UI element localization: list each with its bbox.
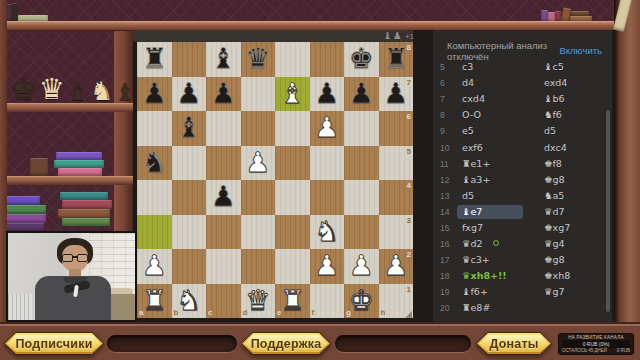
footer-recess-panel (335, 335, 471, 352)
move-12-black: ♚g8 (539, 173, 609, 187)
move-number: 16 (433, 239, 457, 249)
captured-pieces-indicator: ♝♟+1 (374, 30, 414, 42)
rank-label-5: 5 (407, 148, 411, 156)
glasses-lens (62, 254, 73, 262)
book (62, 200, 112, 209)
donations-button[interactable]: Донаты (476, 332, 552, 355)
square-a7[interactable]: ♟ (137, 77, 172, 112)
move-san[interactable]: ♛c3+ (457, 253, 495, 267)
move-san[interactable]: ♝e7 (457, 205, 523, 219)
rank-label-6: 6 (407, 113, 411, 121)
file-label-h: h (381, 309, 386, 317)
square-f5[interactable] (310, 146, 345, 181)
rank-label-2: 2 (407, 251, 411, 259)
rank-label-7: 7 (407, 79, 411, 87)
streamer-glasses (62, 254, 88, 262)
goal-amount: 0 RUB (0%) (562, 340, 630, 348)
move-san[interactable]: ♝a3+ (457, 173, 495, 187)
file-label-a: a (139, 309, 143, 317)
move-number: 12 (433, 175, 457, 185)
square-b8[interactable] (172, 42, 207, 77)
square-g7[interactable]: ♟ (344, 77, 379, 112)
move-san[interactable]: ♚f8 (539, 157, 567, 171)
black-pawn-c4[interactable]: ♟ (206, 180, 241, 215)
move-number: 7 (433, 94, 457, 104)
move-5-white: c3 (457, 60, 539, 74)
move-san[interactable]: ♛d7 (539, 205, 570, 219)
move-18-black: ♚xh8 (539, 269, 609, 283)
black-knight-a5[interactable]: ♞ (137, 146, 172, 181)
square-b3[interactable] (172, 215, 207, 250)
badge-plate: Поддержка (244, 335, 328, 352)
rank-label-4: 4 (407, 182, 411, 190)
support-label: Поддержка (251, 337, 322, 351)
move-13-white: d5 (457, 189, 539, 203)
move-san[interactable]: d4 (457, 76, 479, 90)
move-row-19: 19♝f6+♛g7 (433, 284, 612, 300)
square-h5[interactable]: 5 (379, 146, 414, 181)
rank-label-8: 8 (407, 44, 411, 52)
chess-board[interactable]: ♜♝♛♚♜8♟♟♟♝♟♟♟7♝♟6♞♟5♟4♞3♟♟♟♟2♜a♞bc♛d♜ef♚… (137, 42, 413, 318)
move-number: 9 (433, 126, 457, 136)
stream-screen: ♚♛♝♞♝♟ ♝♟+1 ♜♝♛♚♜8♟♟♟♝♟♟♟7♝♟6♞♟5♟4♞3♟♟♟♟… (0, 0, 640, 360)
footer-recess-panel (107, 335, 237, 352)
square-a8[interactable]: ♜ (137, 42, 172, 77)
move-san[interactable]: cxd4 (457, 92, 490, 106)
radiator (8, 294, 32, 320)
move-16-white: ♛d2 (457, 237, 539, 251)
glasses-bridge (73, 256, 77, 258)
subscribers-label: Подписчики (15, 337, 92, 351)
material-advantage: +1 (403, 32, 414, 41)
captured-piece-icon: ♟ (393, 31, 402, 41)
black-pawn-c7[interactable]: ♟ (206, 77, 241, 112)
square-a2[interactable]: ♟ (137, 249, 172, 284)
move-row-7: 7cxd4♝b6 (433, 91, 612, 107)
move-san[interactable]: ♜e1+ (457, 157, 495, 171)
book (2, 205, 46, 214)
move-6-black: exd4 (539, 76, 609, 90)
move-number: 8 (433, 110, 457, 120)
move-san[interactable]: O-O (457, 108, 486, 122)
move-san[interactable]: ♞a5 (539, 189, 569, 203)
move-8-white: O-O (457, 108, 539, 122)
black-queen-d8[interactable]: ♛ (241, 42, 276, 77)
move-16-black: ♛g4 (539, 237, 609, 251)
analysis-header: Компьютерный анализ отключён Включить (433, 42, 612, 59)
square-f4[interactable] (310, 180, 345, 215)
move-san[interactable]: ♛xh8+!! (457, 269, 512, 283)
move-san[interactable]: ♚g8 (539, 253, 570, 267)
move-san[interactable]: ♛g4 (539, 237, 570, 251)
move-row-18: 18♛xh8+!!♚xh8 (433, 268, 612, 284)
move-row-20: 20♜e8# (433, 300, 612, 316)
move-number: 6 (433, 78, 457, 88)
move-san[interactable]: d5 (539, 124, 561, 138)
move-san[interactable]: d5 (457, 189, 479, 203)
white-pawn-f6[interactable]: ♟ (310, 111, 345, 146)
square-h8[interactable]: ♜8 (379, 42, 414, 77)
file-label-f: f (312, 309, 315, 317)
white-pawn-f2[interactable]: ♟ (310, 249, 345, 284)
move-number: 20 (433, 303, 457, 313)
black-bishop-c8[interactable]: ♝ (206, 42, 241, 77)
glasses-lens (77, 254, 88, 262)
move-7-white: cxd4 (457, 92, 539, 106)
move-8-black: ♞f6 (539, 108, 609, 122)
file-label-d: d (243, 309, 248, 317)
goal-days-left: ОСТАЛОСЬ 45 ДНЕЙ (562, 348, 607, 353)
square-h3[interactable]: 3 (379, 215, 414, 250)
move-san[interactable]: ♝b6 (539, 92, 570, 106)
board-resize-handle[interactable] (405, 311, 412, 318)
black-pawn-b7[interactable]: ♟ (172, 77, 207, 112)
move-number: 14 (433, 207, 457, 217)
book (58, 168, 102, 176)
footer-bar: Подписчики Поддержка Донаты НА РАЗВИТИЕ … (0, 322, 640, 360)
square-g3[interactable] (344, 215, 379, 250)
square-e7[interactable]: ♝ (275, 77, 310, 112)
move-7-black: ♝b6 (539, 92, 609, 106)
square-g6[interactable] (344, 111, 379, 146)
square-h7[interactable]: ♟7 (379, 77, 414, 112)
square-g5[interactable] (344, 146, 379, 181)
badge-plate: Донаты (479, 335, 549, 352)
move-number: 19 (433, 287, 457, 297)
decor-piece-icon: ♚ (10, 73, 38, 104)
square-e5[interactable] (275, 146, 310, 181)
square-e2[interactable] (275, 249, 310, 284)
square-c7[interactable]: ♟ (206, 77, 241, 112)
move-11-white: ♜e1+ (457, 157, 539, 171)
square-c1[interactable]: c (206, 284, 241, 319)
square-f2[interactable]: ♟ (310, 249, 345, 284)
move-san[interactable]: ♞f6 (539, 108, 567, 122)
book (12, 3, 17, 22)
shelf-plank-lower (0, 176, 133, 185)
file-label-b: b (174, 309, 179, 317)
square-g8[interactable]: ♚ (344, 42, 379, 77)
square-c5[interactable] (206, 146, 241, 181)
square-d2[interactable] (241, 249, 276, 284)
subscribers-button[interactable]: Подписчики (4, 332, 104, 355)
square-g2[interactable]: ♟ (344, 249, 379, 284)
move-15-black: ♚xg7 (539, 221, 609, 235)
webcam-video (8, 233, 135, 320)
move-san[interactable]: dxc4 (539, 141, 572, 155)
move-san[interactable]: ♛g7 (539, 285, 570, 299)
square-a3[interactable] (137, 215, 172, 250)
player-bar: ♝♟+1 (133, 30, 413, 42)
move-row-14: 14♝e7♛d7 (433, 204, 612, 220)
move-list-panel: Компьютерный анализ отключён Включить 5c… (433, 30, 612, 322)
black-pawn-f7[interactable]: ♟ (310, 77, 345, 112)
square-c3[interactable] (206, 215, 241, 250)
move-number: 10 (433, 143, 457, 153)
black-pawn-a7[interactable]: ♟ (137, 77, 172, 112)
move-number: 11 (433, 159, 457, 169)
square-b1[interactable]: ♞b (172, 284, 207, 319)
move-row-5: 5c3♝c5 (433, 59, 612, 75)
move-san[interactable]: ♝c5 (539, 60, 569, 74)
square-d4[interactable] (241, 180, 276, 215)
move-row-9: 9e5d5 (433, 123, 612, 139)
move-14-white: ♝e7 (457, 205, 539, 219)
move-row-15: 15fxg7♚xg7 (433, 220, 612, 236)
black-king-g8[interactable]: ♚ (344, 42, 379, 77)
square-d1[interactable]: ♛d (241, 284, 276, 319)
move-list: 5c3♝c56d4exd47cxd4♝b68O-O♞f69e5d510exf6d… (433, 59, 612, 317)
move-17-black: ♚g8 (539, 253, 609, 267)
move-number: 17 (433, 255, 457, 265)
shelf-pillar-right (614, 0, 640, 360)
square-b6[interactable]: ♝ (172, 111, 207, 146)
move-15-white: fxg7 (457, 221, 539, 235)
square-f3[interactable]: ♞ (310, 215, 345, 250)
move-19-black: ♛g7 (539, 285, 609, 299)
square-f8[interactable] (310, 42, 345, 77)
support-button[interactable]: Поддержка (241, 332, 331, 355)
goal-total: 0 RUB (617, 348, 630, 353)
decor-piece-icon: ♛ (39, 75, 65, 104)
move-list-scrollbar[interactable] (606, 110, 610, 312)
move-row-8: 8O-O♞f6 (433, 107, 612, 123)
move-san[interactable]: ♚g8 (539, 173, 570, 187)
shelf-plank-middle (0, 103, 133, 112)
enable-analysis-button[interactable]: Включить (559, 45, 602, 56)
move-number: 13 (433, 191, 457, 201)
book (58, 209, 110, 218)
square-f6[interactable]: ♟ (310, 111, 345, 146)
square-h4[interactable]: 4 (379, 180, 414, 215)
square-h2[interactable]: ♟2 (379, 249, 414, 284)
book (62, 218, 110, 226)
black-rook-a8[interactable]: ♜ (137, 42, 172, 77)
move-20-white: ♜e8# (457, 301, 539, 315)
square-a4[interactable] (137, 180, 172, 215)
file-label-e: e (277, 309, 281, 317)
badge-plate: Подписчики (7, 335, 101, 352)
white-pawn-g2[interactable]: ♟ (344, 249, 379, 284)
move-row-10: 10exf6dxc4 (433, 139, 612, 155)
square-e3[interactable] (275, 215, 310, 250)
decorative-chess-pieces: ♚♛♝♞♝♟ (10, 64, 114, 104)
square-d6[interactable] (241, 111, 276, 146)
white-bishop-e7[interactable]: ♝ (275, 77, 310, 112)
move-13-black: ♞a5 (539, 189, 609, 203)
move-row-11: 11♜e1+♚f8 (433, 156, 612, 172)
square-h6[interactable]: 6 (379, 111, 414, 146)
move-san[interactable]: exd4 (539, 76, 572, 90)
square-b2[interactable] (172, 249, 207, 284)
move-san[interactable]: ♜e8# (457, 301, 495, 315)
square-f7[interactable]: ♟ (310, 77, 345, 112)
move-12-white: ♝a3+ (457, 173, 539, 187)
book (2, 223, 44, 231)
move-10-white: exf6 (457, 141, 539, 155)
black-pawn-g7[interactable]: ♟ (344, 77, 379, 112)
move-10-black: dxc4 (539, 141, 609, 155)
square-e8[interactable] (275, 42, 310, 77)
square-d8[interactable]: ♛ (241, 42, 276, 77)
square-b7[interactable]: ♟ (172, 77, 207, 112)
rank-label-1: 1 (407, 286, 411, 294)
square-c4[interactable]: ♟ (206, 180, 241, 215)
move-number: 5 (433, 62, 457, 72)
square-c8[interactable]: ♝ (206, 42, 241, 77)
square-f1[interactable]: f (310, 284, 345, 319)
move-san[interactable]: ♛d2 (457, 237, 488, 251)
rank-label-3: 3 (407, 217, 411, 225)
move-annotation-circle-icon (493, 240, 499, 246)
decor-piece-icon: ♝ (66, 78, 89, 104)
move-san[interactable]: ♝f6+ (457, 285, 493, 299)
move-9-white: e5 (457, 124, 539, 138)
square-g4[interactable] (344, 180, 379, 215)
webcam-frame (6, 231, 137, 322)
move-row-6: 6d4exd4 (433, 75, 612, 91)
file-label-g: g (346, 309, 351, 317)
move-san[interactable]: ♚xg7 (539, 221, 575, 235)
move-number: 18 (433, 271, 457, 281)
move-number: 15 (433, 223, 457, 233)
square-a1[interactable]: ♜a (137, 284, 172, 319)
move-5-black: ♝c5 (539, 60, 609, 74)
move-11-black: ♚f8 (539, 157, 609, 171)
black-bishop-b6[interactable]: ♝ (172, 111, 207, 146)
move-9-black: d5 (539, 124, 609, 138)
move-san[interactable]: e5 (457, 124, 479, 138)
file-label-c: c (208, 309, 212, 317)
square-a6[interactable] (137, 111, 172, 146)
square-b5[interactable] (172, 146, 207, 181)
square-c6[interactable] (206, 111, 241, 146)
square-e4[interactable] (275, 180, 310, 215)
white-knight-f3[interactable]: ♞ (310, 215, 345, 250)
book (60, 192, 108, 200)
book (54, 160, 104, 168)
chess-app-panel: ♝♟+1 ♜♝♛♚♜8♟♟♟♝♟♟♟7♝♟6♞♟5♟4♞3♟♟♟♟2♜a♞bc♛… (133, 30, 630, 322)
move-row-13: 13d5♞a5 (433, 188, 612, 204)
square-b4[interactable] (172, 180, 207, 215)
move-san[interactable]: fxg7 (457, 221, 488, 235)
captured-piece-icon: ♝ (383, 31, 392, 41)
white-pawn-a2[interactable]: ♟ (137, 249, 172, 284)
donation-goal-widget: НА РАЗВИТИЕ КАНАЛА 0 RUB (0%) ОСТАЛОСЬ 4… (558, 333, 634, 355)
book (56, 152, 102, 160)
square-d3[interactable] (241, 215, 276, 250)
decor-piece-icon: ♞ (90, 78, 113, 104)
square-d5[interactable]: ♟ (241, 146, 276, 181)
book (30, 158, 48, 176)
square-e6[interactable] (275, 111, 310, 146)
square-a5[interactable]: ♞ (137, 146, 172, 181)
move-14-black: ♛d7 (539, 205, 609, 219)
move-row-17: 17♛c3+♚g8 (433, 252, 612, 268)
move-san[interactable]: exf6 (457, 141, 488, 155)
move-18-white: ♛xh8+!! (457, 269, 539, 283)
decor-piece-icon: ♝ (114, 81, 135, 104)
move-san[interactable]: ♚xh8 (539, 269, 575, 283)
donations-label: Донаты (489, 337, 538, 351)
square-g1[interactable]: ♚g (344, 284, 379, 319)
square-e1[interactable]: ♜e (275, 284, 310, 319)
move-san[interactable]: c3 (457, 60, 478, 74)
move-6-white: d4 (457, 76, 539, 90)
move-17-white: ♛c3+ (457, 253, 539, 267)
move-row-12: 12♝a3+♚g8 (433, 172, 612, 188)
analysis-status-text: Компьютерный анализ отключён (447, 40, 549, 62)
square-c2[interactable] (206, 249, 241, 284)
move-row-16: 16♛d2♛g4 (433, 236, 612, 252)
move-19-white: ♝f6+ (457, 285, 539, 299)
white-pawn-d5[interactable]: ♟ (241, 146, 276, 181)
square-d7[interactable] (241, 77, 276, 112)
